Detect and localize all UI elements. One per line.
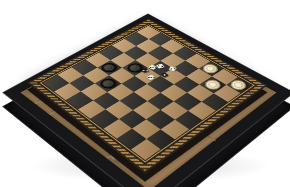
black-checker[interactable] (124, 62, 145, 75)
white-die[interactable] (147, 75, 156, 81)
white-die[interactable] (156, 63, 164, 68)
white-die[interactable] (168, 66, 176, 71)
black-checker[interactable] (99, 61, 119, 74)
cream-checker[interactable] (202, 78, 223, 91)
black-checker[interactable] (97, 77, 118, 90)
black-die[interactable] (141, 68, 148, 72)
product-photo-scene (0, 0, 290, 187)
black-die[interactable] (161, 73, 169, 78)
